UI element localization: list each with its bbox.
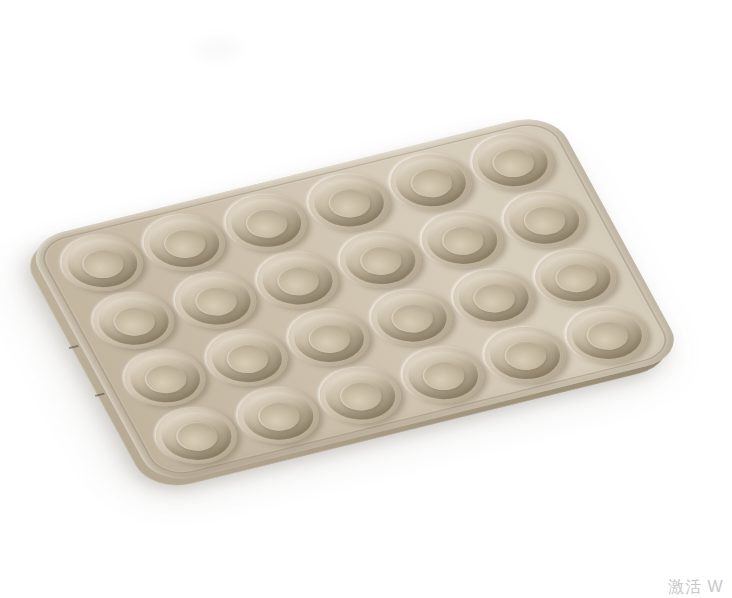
muffin-cup-bottom <box>139 361 192 397</box>
muffin-cup-cavity <box>304 172 394 233</box>
muffin-cup-bottom <box>252 398 305 434</box>
muffin-cup-cavity <box>222 192 312 253</box>
backdrop-smudge <box>195 38 241 60</box>
muffin-cup-cavity <box>398 345 488 406</box>
muffin-cup-cavity <box>531 247 621 308</box>
muffin-cup-cavity <box>139 212 229 273</box>
muffin-cup-bottom <box>405 165 458 201</box>
muffin-cup-bottom <box>499 338 552 374</box>
muffin-cup-bottom <box>158 226 211 262</box>
muffin-cup-cavity <box>120 348 210 409</box>
muffin-cup-cavity <box>57 233 147 294</box>
muffin-cup-cavity <box>386 152 476 213</box>
muffin-cup-bottom <box>581 317 634 353</box>
muffin-cup-cavity <box>202 327 292 388</box>
muffin-cup-cavity <box>171 270 261 331</box>
muffin-cup-bottom <box>467 280 520 316</box>
muffin-cup-bottom <box>385 300 438 336</box>
muffin-cup-bottom <box>170 419 223 455</box>
muffin-cup-bottom <box>417 358 470 394</box>
muffin-cup-bottom <box>221 341 274 377</box>
muffin-cup-bottom <box>107 303 160 339</box>
muffin-pan <box>24 111 686 486</box>
product-photo-scene: 激活 W <box>0 0 732 598</box>
muffin-cup-bottom <box>76 246 129 282</box>
muffin-cup-cavity <box>367 287 457 348</box>
muffin-cup-bottom <box>323 185 376 221</box>
muffin-cup-cavity <box>562 304 652 365</box>
muffin-cup-cavity <box>89 290 179 351</box>
muffin-cup-cavity <box>234 385 324 446</box>
muffin-cup-bottom <box>272 263 325 299</box>
muffin-cup-bottom <box>189 283 242 319</box>
muffin-cup-bottom <box>240 205 293 241</box>
muffin-cup-cavity <box>480 324 570 385</box>
muffin-cup-cavity <box>253 250 343 311</box>
muffin-cup-cavity <box>468 131 558 192</box>
muffin-cup-bottom <box>518 202 571 238</box>
edge-notch <box>94 393 105 397</box>
muffin-cup-cavity <box>417 209 507 270</box>
muffin-cup-cavity <box>284 307 374 368</box>
muffin-cup-bottom <box>354 243 407 279</box>
muffin-cup-cavity <box>316 365 406 426</box>
muffin-cup-bottom <box>303 321 356 357</box>
muffin-cup-bottom <box>550 260 603 296</box>
muffin-cup-cavity <box>449 267 539 328</box>
muffin-cup-cavity <box>151 405 241 466</box>
muffin-cup-bottom <box>334 378 387 414</box>
muffin-cup-cavity <box>335 229 425 290</box>
watermark-text: 激活 W <box>668 577 724 598</box>
muffin-cup-bottom <box>487 145 540 181</box>
muffin-cup-cavity <box>500 189 590 250</box>
edge-notch <box>68 345 79 349</box>
muffin-cup-bottom <box>436 223 489 259</box>
